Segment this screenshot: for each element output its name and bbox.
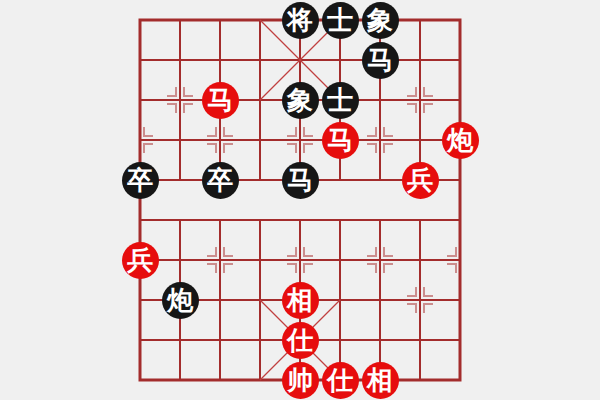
- piece-red-cannon[interactable]: 炮: [442, 122, 479, 159]
- xiangqi-board: 将士象马马象士马炮卒卒马兵兵炮相仕帅仕相: [120, 0, 480, 400]
- piece-black-advisor-1[interactable]: 士: [322, 2, 359, 39]
- piece-red-general[interactable]: 帅: [282, 362, 319, 399]
- xiangqi-screenshot: 将士象马马象士马炮卒卒马兵兵炮相仕帅仕相: [0, 0, 600, 400]
- piece-red-horse-1[interactable]: 马: [202, 82, 239, 119]
- piece-black-soldier-1[interactable]: 卒: [122, 162, 159, 199]
- piece-red-soldier-1[interactable]: 兵: [402, 162, 439, 199]
- piece-black-cannon[interactable]: 炮: [162, 282, 199, 319]
- piece-black-general[interactable]: 将: [282, 2, 319, 39]
- piece-black-soldier-2[interactable]: 卒: [202, 162, 239, 199]
- piece-red-advisor-1[interactable]: 仕: [282, 322, 319, 359]
- piece-red-elephant-1[interactable]: 相: [282, 282, 319, 319]
- piece-red-soldier-2[interactable]: 兵: [122, 242, 159, 279]
- piece-red-advisor-2[interactable]: 仕: [322, 362, 359, 399]
- piece-black-horse-1[interactable]: 马: [362, 42, 399, 79]
- piece-red-horse-2[interactable]: 马: [322, 122, 359, 159]
- piece-black-elephant-1[interactable]: 象: [362, 2, 399, 39]
- piece-black-horse-2[interactable]: 马: [282, 162, 319, 199]
- piece-black-elephant-2[interactable]: 象: [282, 82, 319, 119]
- piece-black-advisor-2[interactable]: 士: [322, 82, 359, 119]
- piece-red-elephant-2[interactable]: 相: [362, 362, 399, 399]
